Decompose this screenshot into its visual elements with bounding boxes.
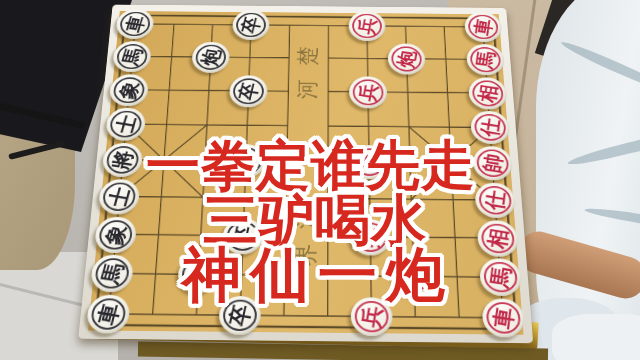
piece-red-馬-r10f2[interactable]: 馬 <box>466 44 505 75</box>
piece-black-象-r1f3[interactable]: 象 <box>109 74 150 106</box>
piece-character: 相 <box>466 74 508 111</box>
piece-red-相-r10f3[interactable]: 相 <box>468 77 508 109</box>
video-frame: 楚 河 漢 界 車馬象士將士象馬車炮炮卒卒卒卒卒兵兵兵兵兵炮炮車馬相仕帥仕相馬車… <box>0 0 640 360</box>
piece-character: 象 <box>106 71 152 108</box>
overlay-caption-line-1: 一拳定谁先走 <box>0 138 631 192</box>
piece-black-炮-r3f2[interactable]: 炮 <box>191 42 230 73</box>
piece-character: 卒 <box>229 8 272 43</box>
piece-character: 車 <box>462 9 503 44</box>
piece-character: 兵 <box>346 73 389 110</box>
piece-black-士-r1f4[interactable]: 士 <box>105 108 146 141</box>
piece-black-車-r1f1[interactable]: 車 <box>116 9 155 39</box>
right-player-sleeve <box>552 314 640 360</box>
piece-character: 炮 <box>188 39 232 75</box>
piece-black-卒-r4f3[interactable]: 卒 <box>229 75 268 107</box>
piece-red-車-r10f1[interactable]: 車 <box>464 12 503 42</box>
overlay-caption-line-3: 神仙一炮 <box>0 246 638 305</box>
piece-character: 馬 <box>110 38 155 74</box>
piece-character: 車 <box>113 7 158 42</box>
piece-character: 卒 <box>226 72 271 109</box>
piece-black-卒-r4f1[interactable]: 卒 <box>232 10 270 40</box>
piece-character: 馬 <box>464 41 505 77</box>
piece-character: 炮 <box>385 41 427 77</box>
piece-character: 兵 <box>346 9 388 44</box>
piece-red-兵-r7f3[interactable]: 兵 <box>349 76 387 108</box>
piece-red-兵-r7f1[interactable]: 兵 <box>349 11 386 41</box>
piece-black-馬-r1f2[interactable]: 馬 <box>112 41 152 72</box>
overlay-caption-line-2: 三驴喝水 <box>0 193 635 248</box>
piece-red-炮-r8f2[interactable]: 炮 <box>388 43 426 74</box>
